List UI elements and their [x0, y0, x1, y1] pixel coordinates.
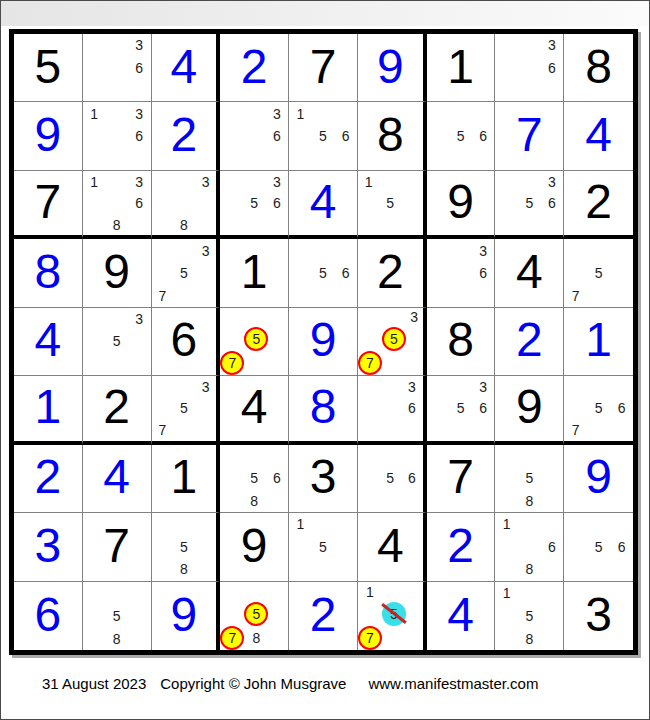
pencil-grid: 1368: [83, 171, 151, 235]
cell-r6c2[interactable]: 2: [83, 376, 152, 444]
footer-copyright: Copyright © John Musgrave: [160, 675, 346, 692]
pencil-grid: 36: [220, 102, 288, 169]
pencil-mark: 5: [449, 398, 472, 419]
pencil-mark: 7: [564, 419, 587, 440]
cell-r6c4[interactable]: 4: [220, 376, 289, 444]
cell-value: 8: [585, 43, 612, 91]
cell-r3c9[interactable]: 2: [564, 171, 633, 239]
cell-r1c5[interactable]: 7: [289, 34, 358, 102]
pencil-mark-highlighted: 5: [382, 602, 406, 626]
cell-r9c3[interactable]: 9: [152, 582, 221, 650]
pencil-mark: 3: [401, 376, 423, 397]
cell-r3c4[interactable]: 356: [220, 171, 289, 239]
cell-value: 4: [310, 178, 337, 226]
cell-r6c9[interactable]: 567: [564, 376, 633, 444]
cell-r3c6[interactable]: 15: [358, 171, 427, 239]
cell-r3c8[interactable]: 356: [495, 171, 564, 239]
cell-value: 9: [103, 248, 130, 296]
pencil-mark: 6: [472, 398, 495, 419]
pencil-mark: 5: [173, 398, 195, 419]
cell-r7c9[interactable]: 9: [564, 445, 633, 513]
pencil-mark: 5: [587, 398, 610, 419]
cell-r1c2[interactable]: 36: [83, 34, 152, 102]
pencil-grid: 36: [495, 34, 563, 101]
cell-r2c1[interactable]: 9: [14, 102, 83, 170]
pencil-mark: 8: [105, 214, 128, 235]
cell-r2c8[interactable]: 7: [495, 102, 564, 170]
pencil-mark: 6: [541, 536, 564, 558]
pencil-mark: 5: [379, 192, 401, 213]
pencil-mark: 5: [449, 125, 472, 147]
pencil-mark: 3: [128, 171, 151, 192]
cell-value: 2: [447, 522, 474, 570]
pencil-mark: 5: [587, 536, 610, 558]
cell-value: 2: [585, 178, 612, 226]
cell-r5c5[interactable]: 9: [289, 308, 358, 376]
cell-r9c8[interactable]: 158: [495, 582, 564, 650]
pencil-mark: 3: [472, 239, 495, 261]
cell-value: 9: [241, 522, 268, 570]
cell-r1c1[interactable]: 5: [14, 34, 83, 102]
cell-r3c1[interactable]: 7: [14, 171, 83, 239]
cell-value: 7: [447, 453, 474, 501]
pencil-mark: 8: [105, 627, 128, 650]
cell-value: 8: [35, 248, 62, 296]
pencil-grid: 38: [152, 171, 217, 235]
pencil-mark-highlighted: 7: [220, 626, 244, 650]
cell-r4c5[interactable]: 56: [289, 239, 358, 307]
cell-r6c3[interactable]: 357: [152, 376, 221, 444]
pencil-mark: 5: [105, 604, 128, 627]
pencil-mark: 5: [379, 467, 401, 489]
pencil-mark: 5: [518, 192, 541, 213]
cell-value: 7: [516, 111, 543, 159]
pencil-mark: 3: [128, 102, 151, 124]
cell-value: 3: [585, 591, 612, 639]
cell-r3c5[interactable]: 4: [289, 171, 358, 239]
cell-value: 2: [35, 453, 62, 501]
pencil-grid: 357: [358, 308, 423, 375]
cell-value: 7: [103, 522, 130, 570]
pencil-mark: 3: [541, 171, 564, 192]
cell-value: 1: [171, 453, 198, 501]
cell-r9c6[interactable]: 157: [358, 582, 427, 650]
pencil-mark: 3: [195, 171, 217, 192]
pencil-mark: 3: [472, 376, 495, 397]
pencil-mark: 8: [243, 490, 266, 512]
pencil-mark: 6: [401, 398, 423, 419]
cell-r1c7[interactable]: 1: [427, 34, 496, 102]
pencil-mark: 3: [195, 376, 217, 397]
cell-value: 4: [103, 453, 130, 501]
cell-r5c9[interactable]: 1: [564, 308, 633, 376]
cell-r8c1[interactable]: 3: [14, 513, 83, 581]
cell-r6c6[interactable]: 36: [358, 376, 427, 444]
pencil-grid: 56: [358, 445, 423, 512]
pencil-grid: 568: [220, 445, 288, 512]
cell-r9c5[interactable]: 2: [289, 582, 358, 650]
footer-date: 31 August 2023: [42, 675, 146, 692]
cell-value: 4: [585, 111, 612, 159]
sudoku-board: 5364279136891362361568567471368383564159…: [9, 29, 638, 655]
pencil-mark: 6: [610, 398, 633, 419]
cell-value: 6: [171, 316, 198, 364]
pencil-grid: 36: [427, 239, 495, 306]
cell-r6c1[interactable]: 1: [14, 376, 83, 444]
pencil-mark: 3: [406, 308, 423, 327]
pencil-mark-highlighted: 7: [358, 626, 382, 650]
pencil-grid: 168: [495, 513, 563, 580]
pencil-mark: 6: [541, 192, 564, 213]
pencil-grid: 157: [358, 582, 423, 650]
cell-value: 4: [516, 248, 543, 296]
pencil-mark: 5: [173, 262, 195, 284]
cell-value: 7: [35, 178, 62, 226]
pencil-grid: 58: [495, 445, 563, 512]
cell-r4c6[interactable]: 2: [358, 239, 427, 307]
pencil-mark: 5: [105, 330, 128, 352]
cell-r7c4[interactable]: 568: [220, 445, 289, 513]
pencil-mark: 6: [334, 262, 357, 284]
pencil-mark: 5: [243, 192, 266, 213]
pencil-mark: 7: [564, 284, 587, 306]
pencil-mark: 8: [518, 490, 541, 512]
footer: 31 August 2023Copyright © John Musgravew…: [42, 675, 538, 692]
cell-value: 4: [171, 43, 198, 91]
pencil-mark: 1: [495, 513, 518, 535]
pencil-grid: 56: [289, 239, 357, 306]
cell-r1c3[interactable]: 4: [152, 34, 221, 102]
cell-value: 6: [35, 591, 62, 639]
cell-r4c2[interactable]: 9: [83, 239, 152, 307]
cell-r9c7[interactable]: 4: [427, 582, 496, 650]
cell-value: 4: [447, 591, 474, 639]
cell-r5c3[interactable]: 6: [152, 308, 221, 376]
cell-r5c4[interactable]: 57: [220, 308, 289, 376]
cell-value: 7: [310, 43, 337, 91]
pencil-mark: 5: [173, 536, 195, 558]
pencil-mark: 7: [152, 419, 174, 440]
pencil-mark: 1: [289, 513, 312, 535]
pencil-mark-highlighted: 5: [244, 602, 268, 626]
cell-r4c9[interactable]: 57: [564, 239, 633, 307]
pencil-mark: 6: [128, 125, 151, 147]
cell-value: 3: [35, 522, 62, 570]
cell-r4c3[interactable]: 357: [152, 239, 221, 307]
pencil-grid: 56: [427, 102, 495, 169]
cell-value: 2: [377, 248, 404, 296]
pencil-mark: 5: [518, 467, 541, 489]
pencil-mark: 1: [289, 102, 312, 124]
pencil-mark: 5: [587, 262, 610, 284]
pencil-grid: 35: [83, 308, 151, 375]
cell-value: 5: [35, 43, 62, 91]
pencil-mark: 3: [541, 34, 564, 56]
pencil-grid: 58: [152, 513, 217, 580]
pencil-mark: 1: [83, 102, 106, 124]
cell-r8c6[interactable]: 4: [358, 513, 427, 581]
cell-value: 1: [35, 383, 62, 431]
cell-value: 4: [35, 316, 62, 364]
pencil-grid: 578: [220, 582, 288, 650]
cell-r8c8[interactable]: 168: [495, 513, 564, 581]
pencil-mark: 8: [518, 627, 541, 650]
footer-website: www.manifestmaster.com: [368, 675, 538, 692]
pencil-mark: 1: [358, 582, 382, 602]
pencil-mark: 1: [83, 171, 106, 192]
pencil-mark: 3: [195, 239, 217, 261]
cell-r9c2[interactable]: 58: [83, 582, 152, 650]
pencil-mark: 3: [128, 34, 151, 56]
cell-r6c5[interactable]: 8: [289, 376, 358, 444]
pencil-mark: 6: [334, 125, 357, 147]
cell-value: 4: [241, 383, 268, 431]
pencil-grid: 56: [564, 513, 633, 580]
pencil-grid: 36: [83, 34, 151, 101]
cell-r5c8[interactable]: 2: [495, 308, 564, 376]
cell-r4c8[interactable]: 4: [495, 239, 564, 307]
cell-r8c9[interactable]: 56: [564, 513, 633, 581]
pencil-mark: 3: [266, 171, 289, 192]
pencil-grid: 15: [358, 171, 423, 235]
pencil-mark: 5: [312, 262, 335, 284]
pencil-mark: 7: [152, 284, 174, 306]
cell-value: 1: [585, 316, 612, 364]
cell-r2c9[interactable]: 4: [564, 102, 633, 170]
cell-value: 1: [241, 248, 268, 296]
pencil-grid: 58: [83, 582, 151, 650]
pencil-grid: 356: [427, 376, 495, 440]
pencil-grid: 156: [289, 102, 357, 169]
cell-r6c7[interactable]: 356: [427, 376, 496, 444]
cell-value: 9: [171, 591, 198, 639]
pencil-grid: 356: [220, 171, 288, 235]
cell-r9c4[interactable]: 578: [220, 582, 289, 650]
cell-r9c9[interactable]: 3: [564, 582, 633, 650]
pencil-grid: 57: [220, 308, 288, 375]
cell-r2c4[interactable]: 36: [220, 102, 289, 170]
cell-r3c3[interactable]: 38: [152, 171, 221, 239]
cell-r7c5[interactable]: 3: [289, 445, 358, 513]
pencil-mark: 6: [266, 467, 289, 489]
pencil-mark: 6: [266, 192, 289, 213]
pencil-mark: 5: [312, 536, 335, 558]
cell-r5c1[interactable]: 4: [14, 308, 83, 376]
header-bar: [1, 1, 649, 26]
cell-value: 2: [310, 591, 337, 639]
pencil-mark-highlighted: 7: [220, 351, 244, 375]
cell-r1c6[interactable]: 9: [358, 34, 427, 102]
cell-r5c6[interactable]: 357: [358, 308, 427, 376]
cell-r7c8[interactable]: 58: [495, 445, 564, 513]
cell-r8c2[interactable]: 7: [83, 513, 152, 581]
pencil-mark: 6: [541, 56, 564, 78]
pencil-grid: 57: [564, 239, 633, 306]
cell-value: 8: [310, 383, 337, 431]
cell-r2c5[interactable]: 156: [289, 102, 358, 170]
pencil-mark: 8: [518, 558, 541, 580]
cell-r6c8[interactable]: 9: [495, 376, 564, 444]
pencil-mark: 1: [495, 582, 518, 605]
pencil-mark-highlighted: 7: [358, 351, 382, 375]
pencil-mark: 5: [518, 604, 541, 627]
pencil-grid: 136: [83, 102, 151, 169]
cell-r7c3[interactable]: 1: [152, 445, 221, 513]
pencil-mark: 3: [128, 308, 151, 330]
cell-r4c7[interactable]: 36: [427, 239, 496, 307]
cell-r2c7[interactable]: 56: [427, 102, 496, 170]
cell-r7c2[interactable]: 4: [83, 445, 152, 513]
pencil-mark: 8: [244, 626, 268, 650]
cell-r3c7[interactable]: 9: [427, 171, 496, 239]
cell-r2c2[interactable]: 136: [83, 102, 152, 170]
cell-value: 2: [516, 316, 543, 364]
cell-r4c1[interactable]: 8: [14, 239, 83, 307]
cell-value: 2: [241, 43, 268, 91]
cell-value: 8: [447, 316, 474, 364]
pencil-grid: 158: [495, 582, 563, 650]
cell-r5c7[interactable]: 8: [427, 308, 496, 376]
cell-r8c5[interactable]: 15: [289, 513, 358, 581]
pencil-mark-highlighted: 5: [382, 327, 406, 351]
pencil-grid: 15: [289, 513, 357, 580]
cell-r8c7[interactable]: 2: [427, 513, 496, 581]
cell-value: 9: [585, 453, 612, 501]
pencil-mark: 8: [173, 558, 195, 580]
cell-value: 9: [447, 178, 474, 226]
pencil-mark: 1: [358, 171, 380, 192]
cell-value: 9: [35, 111, 62, 159]
cell-r8c3[interactable]: 58: [152, 513, 221, 581]
cell-value: 2: [171, 111, 198, 159]
pencil-mark: 6: [610, 536, 633, 558]
cell-value: 9: [377, 43, 404, 91]
pencil-mark: 5: [312, 125, 335, 147]
pencil-mark: 6: [128, 192, 151, 213]
cell-r2c6[interactable]: 8: [358, 102, 427, 170]
cell-r5c2[interactable]: 35: [83, 308, 152, 376]
pencil-grid: 356: [495, 171, 563, 235]
cell-r4c4[interactable]: 1: [220, 239, 289, 307]
pencil-mark: 6: [266, 125, 289, 147]
pencil-grid: 36: [358, 376, 423, 440]
cell-value: 8: [377, 111, 404, 159]
cell-r7c6[interactable]: 56: [358, 445, 427, 513]
pencil-grid: 357: [152, 239, 217, 306]
pencil-grid: 357: [152, 376, 217, 440]
pencil-mark: 6: [472, 125, 495, 147]
pencil-mark: 6: [401, 467, 423, 489]
cell-r9c1[interactable]: 6: [14, 582, 83, 650]
cell-value: 1: [447, 43, 474, 91]
cell-value: 4: [377, 522, 404, 570]
pencil-mark: 5: [243, 467, 266, 489]
pencil-mark: 3: [266, 102, 289, 124]
cell-r2c3[interactable]: 2: [152, 102, 221, 170]
cell-r3c2[interactable]: 1368: [83, 171, 152, 239]
cell-r1c4[interactable]: 2: [220, 34, 289, 102]
pencil-mark: 6: [128, 56, 151, 78]
pencil-mark: 6: [472, 262, 495, 284]
pencil-mark: 8: [173, 214, 195, 235]
cell-value: 2: [103, 383, 130, 431]
cell-value: 3: [310, 453, 337, 501]
cell-value: 9: [310, 316, 337, 364]
cell-value: 9: [516, 383, 543, 431]
cell-r7c1[interactable]: 2: [14, 445, 83, 513]
cell-r7c7[interactable]: 7: [427, 445, 496, 513]
pencil-mark-highlighted: 5: [244, 327, 268, 351]
cell-r8c4[interactable]: 9: [220, 513, 289, 581]
pencil-grid: 567: [564, 376, 633, 440]
cell-r1c8[interactable]: 36: [495, 34, 564, 102]
cell-r1c9[interactable]: 8: [564, 34, 633, 102]
